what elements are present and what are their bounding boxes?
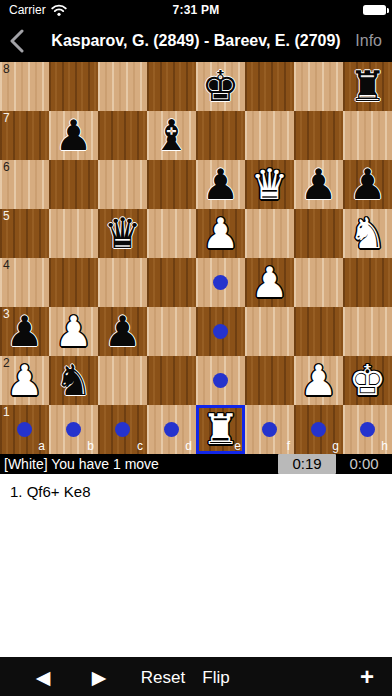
square-g8[interactable] <box>294 62 343 111</box>
back-button[interactable] <box>9 29 25 53</box>
black-pawn: ♟ <box>49 111 98 160</box>
square-a7[interactable]: 7 <box>0 111 49 160</box>
square-g2[interactable]: ♟ <box>294 356 343 405</box>
file-label-d: d <box>185 440 192 453</box>
nav-bar: Kasparov, G. (2849) - Bareev, E. (2709) … <box>0 20 392 62</box>
square-c3[interactable]: ♟ <box>98 307 147 356</box>
square-f4[interactable]: ♟ <box>245 258 294 307</box>
square-d3[interactable] <box>147 307 196 356</box>
square-c1[interactable]: c <box>98 405 147 454</box>
square-a8[interactable]: 8 <box>0 62 49 111</box>
square-g6[interactable]: ♟ <box>294 160 343 209</box>
move-list: 1. Qf6+ Ke8 <box>0 474 392 657</box>
square-e7[interactable] <box>196 111 245 160</box>
white-pawn: ♟ <box>49 307 98 356</box>
square-h3[interactable] <box>343 307 392 356</box>
square-c4[interactable] <box>98 258 147 307</box>
square-h2[interactable]: ♚ <box>343 356 392 405</box>
file-label-c: c <box>137 440 143 453</box>
legal-move-dot <box>66 422 81 437</box>
status-bar: Carrier 7:31 PM <box>0 0 392 20</box>
black-knight: ♞ <box>49 356 98 405</box>
app-window: Carrier 7:31 PM Kasparov, G. (2849) - Ba… <box>0 0 392 696</box>
square-d1[interactable]: d <box>147 405 196 454</box>
rank-label-5: 5 <box>3 210 10 223</box>
white-pawn: ♟ <box>196 209 245 258</box>
square-a4[interactable]: 4 <box>0 258 49 307</box>
black-bishop: ♝ <box>147 111 196 160</box>
square-b3[interactable]: ♟ <box>49 307 98 356</box>
square-a1[interactable]: 1a <box>0 405 49 454</box>
wifi-icon <box>51 4 67 16</box>
info-button[interactable]: Info <box>355 32 382 50</box>
square-f1[interactable]: f <box>245 405 294 454</box>
square-b8[interactable] <box>49 62 98 111</box>
square-d6[interactable] <box>147 160 196 209</box>
game-status-bar: [White] You have 1 move 0:19 0:00 <box>0 454 392 474</box>
square-f3[interactable] <box>245 307 294 356</box>
bottom-toolbar: ◀ ▶ Reset Flip + <box>0 657 392 696</box>
flip-button[interactable]: Flip <box>202 668 229 685</box>
square-e1[interactable]: e♜ <box>196 405 245 454</box>
legal-move-dot <box>360 422 375 437</box>
file-label-f: f <box>287 440 290 453</box>
white-queen: ♛ <box>245 160 294 209</box>
square-a6[interactable]: 6 <box>0 160 49 209</box>
legal-move-dot <box>17 422 32 437</box>
black-clock: 0:00 <box>336 454 392 474</box>
carrier-label: Carrier <box>9 3 46 17</box>
rank-label-6: 6 <box>3 161 10 174</box>
square-c6[interactable] <box>98 160 147 209</box>
black-pawn: ♟ <box>196 160 245 209</box>
battery-icon <box>363 5 386 15</box>
black-pawn: ♟ <box>0 307 49 356</box>
file-label-h: h <box>381 440 388 453</box>
file-label-g: g <box>332 440 339 453</box>
square-h8[interactable]: ♜ <box>343 62 392 111</box>
square-h4[interactable] <box>343 258 392 307</box>
square-e4[interactable] <box>196 258 245 307</box>
square-b5[interactable] <box>49 209 98 258</box>
legal-move-dot <box>213 324 228 339</box>
square-b4[interactable] <box>49 258 98 307</box>
square-f7[interactable] <box>245 111 294 160</box>
square-b6[interactable] <box>49 160 98 209</box>
file-label-b: b <box>87 440 94 453</box>
square-h1[interactable]: h <box>343 405 392 454</box>
square-h5[interactable]: ♞ <box>343 209 392 258</box>
square-h7[interactable] <box>343 111 392 160</box>
legal-move-dot <box>213 373 228 388</box>
square-c8[interactable] <box>98 62 147 111</box>
black-pawn: ♟ <box>98 307 147 356</box>
square-f5[interactable] <box>245 209 294 258</box>
square-g7[interactable] <box>294 111 343 160</box>
square-b7[interactable]: ♟ <box>49 111 98 160</box>
rank-label-8: 8 <box>3 63 10 76</box>
turn-status-message: [White] You have 1 move <box>0 454 278 474</box>
white-pawn: ♟ <box>294 356 343 405</box>
square-c5[interactable]: ♛ <box>98 209 147 258</box>
legal-move-dot <box>213 275 228 290</box>
file-label-a: a <box>38 440 45 453</box>
white-rook: ♜ <box>196 405 245 454</box>
square-d8[interactable] <box>147 62 196 111</box>
square-g4[interactable] <box>294 258 343 307</box>
square-a5[interactable]: 5 <box>0 209 49 258</box>
square-c7[interactable] <box>98 111 147 160</box>
square-f6[interactable]: ♛ <box>245 160 294 209</box>
legal-move-dot <box>164 422 179 437</box>
square-a3[interactable]: 3♟ <box>0 307 49 356</box>
rank-label-7: 7 <box>3 112 10 125</box>
square-a2[interactable]: 2♟ <box>0 356 49 405</box>
square-d7[interactable]: ♝ <box>147 111 196 160</box>
chess-board: 8♚♜7♟♝6♟♛♟♟5♛♟♞4♟3♟♟♟2♟♞♟♚1abcde♜fgh <box>0 62 392 454</box>
previous-move-button[interactable]: ◀ <box>36 667 51 686</box>
square-e5[interactable]: ♟ <box>196 209 245 258</box>
white-pawn: ♟ <box>245 258 294 307</box>
rank-label-1: 1 <box>3 406 10 419</box>
legal-move-dot <box>311 422 326 437</box>
square-f8[interactable] <box>245 62 294 111</box>
square-e3[interactable] <box>196 307 245 356</box>
square-d2[interactable] <box>147 356 196 405</box>
square-g5[interactable] <box>294 209 343 258</box>
white-knight: ♞ <box>343 209 392 258</box>
square-d4[interactable] <box>147 258 196 307</box>
square-e8[interactable]: ♚ <box>196 62 245 111</box>
square-e2[interactable] <box>196 356 245 405</box>
rank-label-4: 4 <box>3 259 10 272</box>
add-button[interactable]: + <box>360 665 374 689</box>
square-h6[interactable]: ♟ <box>343 160 392 209</box>
black-rook: ♜ <box>343 62 392 111</box>
black-queen: ♛ <box>98 209 147 258</box>
square-g1[interactable]: g <box>294 405 343 454</box>
white-clock: 0:19 <box>278 454 336 474</box>
square-c2[interactable] <box>98 356 147 405</box>
move-text: 1. Qf6+ Ke8 <box>10 483 90 500</box>
next-move-button[interactable]: ▶ <box>92 667 107 686</box>
square-f2[interactable] <box>245 356 294 405</box>
black-pawn: ♟ <box>343 160 392 209</box>
white-pawn: ♟ <box>0 356 49 405</box>
legal-move-dot <box>262 422 277 437</box>
square-d5[interactable] <box>147 209 196 258</box>
game-title: Kasparov, G. (2849) - Bareev, E. (2709) <box>0 32 392 50</box>
square-g3[interactable] <box>294 307 343 356</box>
square-e6[interactable]: ♟ <box>196 160 245 209</box>
white-king: ♚ <box>343 356 392 405</box>
reset-button[interactable]: Reset <box>141 668 185 685</box>
black-king: ♚ <box>196 62 245 111</box>
legal-move-dot <box>115 422 130 437</box>
square-b1[interactable]: b <box>49 405 98 454</box>
black-pawn: ♟ <box>294 160 343 209</box>
square-b2[interactable]: ♞ <box>49 356 98 405</box>
